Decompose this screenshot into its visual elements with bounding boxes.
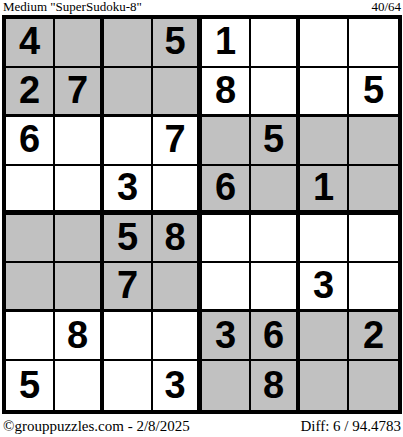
cell-r4c5: 6 xyxy=(202,166,251,215)
cell-r2c4[interactable] xyxy=(153,68,202,117)
cell-r4c2[interactable] xyxy=(55,166,104,215)
cell-r3c1: 6 xyxy=(6,117,55,166)
footer: ©grouppuzzles.com - 2/8/2025 Diff: 6 / 9… xyxy=(3,418,401,436)
given-digit: 7 xyxy=(164,120,185,158)
cell-r3c3[interactable] xyxy=(104,117,153,166)
cell-r5c8[interactable] xyxy=(349,215,398,264)
cell-r3c7[interactable] xyxy=(300,117,349,166)
cell-r1c6[interactable] xyxy=(251,19,300,68)
cell-r3c5[interactable] xyxy=(202,117,251,166)
difficulty-rating: Diff: 6 / 94.4783 xyxy=(300,418,401,434)
given-digit: 8 xyxy=(215,71,236,109)
cell-r3c2[interactable] xyxy=(55,117,104,166)
given-digit: 1 xyxy=(313,168,334,206)
given-digit: 2 xyxy=(19,71,40,109)
given-digit: 3 xyxy=(164,366,185,404)
given-digit: 8 xyxy=(263,366,284,404)
cell-r6c2[interactable] xyxy=(55,263,104,312)
cell-r6c4[interactable] xyxy=(153,263,202,312)
blank-count: 40/64 xyxy=(371,0,401,13)
cell-r8c7[interactable] xyxy=(300,361,349,410)
given-digit: 7 xyxy=(117,266,138,304)
cell-r1c7[interactable] xyxy=(300,19,349,68)
cell-r6c7: 3 xyxy=(300,263,349,312)
cell-r6c1[interactable] xyxy=(6,263,55,312)
cell-r1c4: 5 xyxy=(153,19,202,68)
given-digit: 8 xyxy=(67,316,88,354)
given-digit: 8 xyxy=(164,218,185,256)
given-digit: 3 xyxy=(313,266,334,304)
given-digit: 6 xyxy=(19,120,40,158)
given-digit: 5 xyxy=(19,366,40,404)
cell-r2c6[interactable] xyxy=(251,68,300,117)
given-digit: 3 xyxy=(117,168,138,206)
given-digit: 2 xyxy=(363,316,384,354)
cell-r2c1: 2 xyxy=(6,68,55,117)
cell-r7c7[interactable] xyxy=(300,312,349,361)
cell-r7c6: 6 xyxy=(251,312,300,361)
cell-r5c3: 5 xyxy=(104,215,153,264)
cell-r7c8: 2 xyxy=(349,312,398,361)
cell-r3c8[interactable] xyxy=(349,117,398,166)
cell-r5c1[interactable] xyxy=(6,215,55,264)
given-digit: 6 xyxy=(263,316,284,354)
cell-r8c6: 8 xyxy=(251,361,300,410)
cell-r2c5: 8 xyxy=(202,68,251,117)
cell-r1c1: 4 xyxy=(6,19,55,68)
cell-r1c3[interactable] xyxy=(104,19,153,68)
cell-r4c8[interactable] xyxy=(349,166,398,215)
cell-r2c2: 7 xyxy=(55,68,104,117)
cell-r1c8[interactable] xyxy=(349,19,398,68)
cell-r3c4: 7 xyxy=(153,117,202,166)
cell-r7c4[interactable] xyxy=(153,312,202,361)
cell-r4c3: 3 xyxy=(104,166,153,215)
cell-r4c4[interactable] xyxy=(153,166,202,215)
cell-r3c6: 5 xyxy=(251,117,300,166)
cell-r4c7: 1 xyxy=(300,166,349,215)
cell-r6c8[interactable] xyxy=(349,263,398,312)
cell-r4c6[interactable] xyxy=(251,166,300,215)
given-digit: 7 xyxy=(67,71,88,109)
cell-r2c8: 5 xyxy=(349,68,398,117)
given-digit: 5 xyxy=(164,22,185,60)
given-digit: 5 xyxy=(363,71,384,109)
given-digit: 1 xyxy=(215,22,236,60)
cell-r8c4: 3 xyxy=(153,361,202,410)
cell-r7c5: 3 xyxy=(202,312,251,361)
cell-r5c5[interactable] xyxy=(202,215,251,264)
cell-r6c3: 7 xyxy=(104,263,153,312)
cell-r8c5[interactable] xyxy=(202,361,251,410)
cell-r4c1[interactable] xyxy=(6,166,55,215)
cell-r2c7[interactable] xyxy=(300,68,349,117)
given-digit: 6 xyxy=(215,168,236,206)
cell-r7c3[interactable] xyxy=(104,312,153,361)
cell-r5c2[interactable] xyxy=(55,215,104,264)
given-digit: 5 xyxy=(117,218,138,256)
cell-r1c5: 1 xyxy=(202,19,251,68)
copyright-date: ©grouppuzzles.com - 2/8/2025 xyxy=(3,418,190,434)
cell-r5c7[interactable] xyxy=(300,215,349,264)
cell-r8c1: 5 xyxy=(6,361,55,410)
cell-r5c6[interactable] xyxy=(251,215,300,264)
cell-r8c8[interactable] xyxy=(349,361,398,410)
cell-r8c3[interactable] xyxy=(104,361,153,410)
cell-r6c6[interactable] xyxy=(251,263,300,312)
cell-r7c2: 8 xyxy=(55,312,104,361)
given-digit: 5 xyxy=(263,120,284,158)
cell-r8c2[interactable] xyxy=(55,361,104,410)
cell-r1c2[interactable] xyxy=(55,19,104,68)
cell-r7c1[interactable] xyxy=(6,312,55,361)
cell-r5c4: 8 xyxy=(153,215,202,264)
puzzle-title: Medium "SuperSudoku-8" xyxy=(3,0,142,13)
given-digit: 3 xyxy=(215,316,236,354)
cell-r2c3[interactable] xyxy=(104,68,153,117)
cell-r6c5[interactable] xyxy=(202,263,251,312)
given-digit: 4 xyxy=(19,22,40,60)
sudoku-board: 451278567536158738362538 xyxy=(2,15,402,414)
header: Medium "SuperSudoku-8" 40/64 xyxy=(3,0,401,14)
